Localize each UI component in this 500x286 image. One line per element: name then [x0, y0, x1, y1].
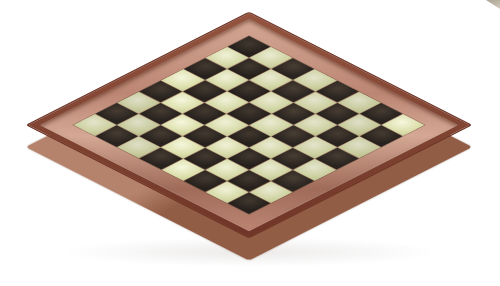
chessboard [26, 11, 473, 238]
background-artifact [486, 0, 500, 9]
chessboard-product-photo [0, 0, 500, 286]
board-frame [40, 19, 459, 232]
